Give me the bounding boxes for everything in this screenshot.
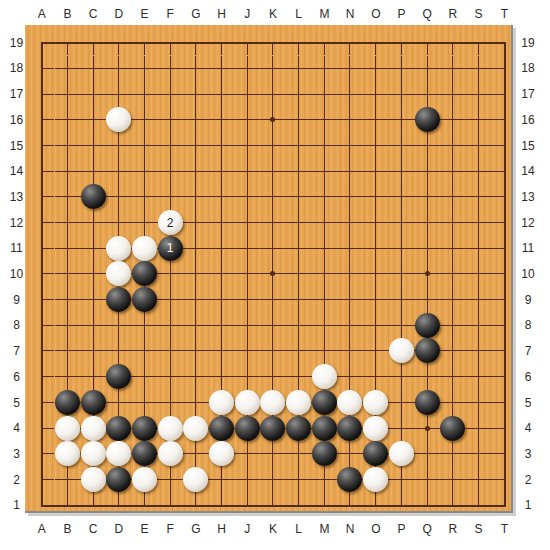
point-E5[interactable]	[132, 390, 158, 416]
point-C19[interactable]	[80, 30, 106, 56]
point-T18[interactable]	[491, 56, 517, 82]
white-stone-G2[interactable]	[183, 467, 208, 492]
point-F4[interactable]	[157, 415, 183, 441]
point-J12[interactable]	[234, 210, 260, 236]
point-G6[interactable]	[183, 364, 209, 390]
point-L4[interactable]	[286, 415, 312, 441]
point-J15[interactable]	[234, 133, 260, 159]
point-F12[interactable]: 2	[157, 210, 183, 236]
point-S5[interactable]	[466, 390, 492, 416]
point-G12[interactable]	[183, 210, 209, 236]
point-D4[interactable]	[106, 415, 132, 441]
point-N18[interactable]	[337, 56, 363, 82]
point-F10[interactable]	[157, 261, 183, 287]
point-Q1[interactable]	[414, 492, 440, 518]
point-D13[interactable]	[106, 184, 132, 210]
point-P8[interactable]	[389, 312, 415, 338]
point-K7[interactable]	[260, 338, 286, 364]
point-Q12[interactable]	[414, 210, 440, 236]
white-stone-D10[interactable]	[106, 261, 131, 286]
point-D11[interactable]	[106, 235, 132, 261]
point-A12[interactable]	[29, 210, 55, 236]
point-K14[interactable]	[260, 158, 286, 184]
point-H4[interactable]	[209, 415, 235, 441]
point-C6[interactable]	[80, 364, 106, 390]
point-Q19[interactable]	[414, 30, 440, 56]
point-E10[interactable]	[132, 261, 158, 287]
black-stone-D9[interactable]	[106, 287, 131, 312]
point-S7[interactable]	[466, 338, 492, 364]
point-E16[interactable]	[132, 107, 158, 133]
point-N11[interactable]	[337, 235, 363, 261]
point-S12[interactable]	[466, 210, 492, 236]
point-N1[interactable]	[337, 492, 363, 518]
black-stone-Q8[interactable]	[415, 313, 440, 338]
point-H12[interactable]	[209, 210, 235, 236]
point-N2[interactable]	[337, 467, 363, 493]
point-A5[interactable]	[29, 390, 55, 416]
point-P10[interactable]	[389, 261, 415, 287]
point-T6[interactable]	[491, 364, 517, 390]
point-P17[interactable]	[389, 81, 415, 107]
point-T7[interactable]	[491, 338, 517, 364]
black-stone-C13[interactable]	[81, 184, 106, 209]
point-H18[interactable]	[209, 56, 235, 82]
point-P5[interactable]	[389, 390, 415, 416]
point-A19[interactable]	[29, 30, 55, 56]
point-O5[interactable]	[363, 390, 389, 416]
point-D6[interactable]	[106, 364, 132, 390]
point-R13[interactable]	[440, 184, 466, 210]
point-G13[interactable]	[183, 184, 209, 210]
point-K6[interactable]	[260, 364, 286, 390]
point-M3[interactable]	[311, 441, 337, 467]
point-P6[interactable]	[389, 364, 415, 390]
point-G4[interactable]	[183, 415, 209, 441]
white-stone-M6[interactable]	[312, 364, 337, 389]
point-H2[interactable]	[209, 467, 235, 493]
point-C4[interactable]	[80, 415, 106, 441]
black-stone-K4[interactable]	[260, 416, 285, 441]
point-K8[interactable]	[260, 312, 286, 338]
point-R3[interactable]	[440, 441, 466, 467]
point-E19[interactable]	[132, 30, 158, 56]
point-R12[interactable]	[440, 210, 466, 236]
point-J19[interactable]	[234, 30, 260, 56]
point-T1[interactable]	[491, 492, 517, 518]
black-stone-N4[interactable]	[337, 416, 362, 441]
point-T12[interactable]	[491, 210, 517, 236]
point-K17[interactable]	[260, 81, 286, 107]
point-N8[interactable]	[337, 312, 363, 338]
point-R9[interactable]	[440, 287, 466, 313]
point-G5[interactable]	[183, 390, 209, 416]
point-G8[interactable]	[183, 312, 209, 338]
point-A18[interactable]	[29, 56, 55, 82]
point-D7[interactable]	[106, 338, 132, 364]
black-stone-M4[interactable]	[312, 416, 337, 441]
point-C12[interactable]	[80, 210, 106, 236]
point-F14[interactable]	[157, 158, 183, 184]
point-S19[interactable]	[466, 30, 492, 56]
point-N6[interactable]	[337, 364, 363, 390]
point-A15[interactable]	[29, 133, 55, 159]
point-A8[interactable]	[29, 312, 55, 338]
point-S16[interactable]	[466, 107, 492, 133]
point-M17[interactable]	[311, 81, 337, 107]
point-K10[interactable]	[260, 261, 286, 287]
point-D19[interactable]	[106, 30, 132, 56]
point-T14[interactable]	[491, 158, 517, 184]
point-K16[interactable]	[260, 107, 286, 133]
point-K5[interactable]	[260, 390, 286, 416]
point-E9[interactable]	[132, 287, 158, 313]
point-J8[interactable]	[234, 312, 260, 338]
point-O13[interactable]	[363, 184, 389, 210]
point-M18[interactable]	[311, 56, 337, 82]
point-C18[interactable]	[80, 56, 106, 82]
point-H6[interactable]	[209, 364, 235, 390]
point-T13[interactable]	[491, 184, 517, 210]
point-H16[interactable]	[209, 107, 235, 133]
point-H5[interactable]	[209, 390, 235, 416]
point-E17[interactable]	[132, 81, 158, 107]
point-K1[interactable]	[260, 492, 286, 518]
point-P18[interactable]	[389, 56, 415, 82]
white-stone-D11[interactable]	[106, 236, 131, 261]
point-S6[interactable]	[466, 364, 492, 390]
point-G1[interactable]	[183, 492, 209, 518]
point-J14[interactable]	[234, 158, 260, 184]
point-A17[interactable]	[29, 81, 55, 107]
white-stone-C2[interactable]	[81, 467, 106, 492]
white-stone-O2[interactable]	[363, 467, 388, 492]
point-B9[interactable]	[55, 287, 81, 313]
point-F9[interactable]	[157, 287, 183, 313]
black-stone-Q16[interactable]	[415, 107, 440, 132]
point-P3[interactable]	[389, 441, 415, 467]
point-P2[interactable]	[389, 467, 415, 493]
point-L14[interactable]	[286, 158, 312, 184]
point-A11[interactable]	[29, 235, 55, 261]
point-B6[interactable]	[55, 364, 81, 390]
point-H11[interactable]	[209, 235, 235, 261]
point-D8[interactable]	[106, 312, 132, 338]
point-L9[interactable]	[286, 287, 312, 313]
white-stone-B4[interactable]	[55, 416, 80, 441]
point-D9[interactable]	[106, 287, 132, 313]
point-Q5[interactable]	[414, 390, 440, 416]
point-A1[interactable]	[29, 492, 55, 518]
point-T8[interactable]	[491, 312, 517, 338]
white-stone-P7[interactable]	[389, 338, 414, 363]
point-Q2[interactable]	[414, 467, 440, 493]
black-stone-E3[interactable]	[132, 441, 157, 466]
white-stone-C3[interactable]	[81, 441, 106, 466]
point-B14[interactable]	[55, 158, 81, 184]
point-J17[interactable]	[234, 81, 260, 107]
point-K18[interactable]	[260, 56, 286, 82]
point-M9[interactable]	[311, 287, 337, 313]
point-A16[interactable]	[29, 107, 55, 133]
point-S17[interactable]	[466, 81, 492, 107]
point-Q7[interactable]	[414, 338, 440, 364]
point-E3[interactable]	[132, 441, 158, 467]
point-F13[interactable]	[157, 184, 183, 210]
point-B2[interactable]	[55, 467, 81, 493]
black-stone-H4[interactable]	[209, 416, 234, 441]
point-L12[interactable]	[286, 210, 312, 236]
point-C1[interactable]	[80, 492, 106, 518]
point-G10[interactable]	[183, 261, 209, 287]
point-S4[interactable]	[466, 415, 492, 441]
point-B15[interactable]	[55, 133, 81, 159]
point-O7[interactable]	[363, 338, 389, 364]
point-C3[interactable]	[80, 441, 106, 467]
point-G7[interactable]	[183, 338, 209, 364]
point-L1[interactable]	[286, 492, 312, 518]
point-Q16[interactable]	[414, 107, 440, 133]
point-R10[interactable]	[440, 261, 466, 287]
point-B3[interactable]	[55, 441, 81, 467]
point-N7[interactable]	[337, 338, 363, 364]
point-N13[interactable]	[337, 184, 363, 210]
point-M19[interactable]	[311, 30, 337, 56]
point-E6[interactable]	[132, 364, 158, 390]
point-H15[interactable]	[209, 133, 235, 159]
black-stone-E9[interactable]	[132, 287, 157, 312]
point-H1[interactable]	[209, 492, 235, 518]
point-L3[interactable]	[286, 441, 312, 467]
point-Q10[interactable]	[414, 261, 440, 287]
point-H3[interactable]	[209, 441, 235, 467]
point-G17[interactable]	[183, 81, 209, 107]
point-C2[interactable]	[80, 467, 106, 493]
point-K2[interactable]	[260, 467, 286, 493]
point-F7[interactable]	[157, 338, 183, 364]
point-F18[interactable]	[157, 56, 183, 82]
point-S8[interactable]	[466, 312, 492, 338]
point-R11[interactable]	[440, 235, 466, 261]
point-O4[interactable]	[363, 415, 389, 441]
point-K3[interactable]	[260, 441, 286, 467]
point-A3[interactable]	[29, 441, 55, 467]
point-B19[interactable]	[55, 30, 81, 56]
point-J5[interactable]	[234, 390, 260, 416]
point-B17[interactable]	[55, 81, 81, 107]
white-stone-B3[interactable]	[55, 441, 80, 466]
black-stone-D4[interactable]	[106, 416, 131, 441]
white-stone-G4[interactable]	[183, 416, 208, 441]
point-H14[interactable]	[209, 158, 235, 184]
point-P11[interactable]	[389, 235, 415, 261]
point-E7[interactable]	[132, 338, 158, 364]
point-E12[interactable]	[132, 210, 158, 236]
point-D18[interactable]	[106, 56, 132, 82]
point-R19[interactable]	[440, 30, 466, 56]
point-T2[interactable]	[491, 467, 517, 493]
point-O1[interactable]	[363, 492, 389, 518]
point-R6[interactable]	[440, 364, 466, 390]
point-R7[interactable]	[440, 338, 466, 364]
point-J18[interactable]	[234, 56, 260, 82]
point-S2[interactable]	[466, 467, 492, 493]
point-D1[interactable]	[106, 492, 132, 518]
point-R15[interactable]	[440, 133, 466, 159]
white-stone-O4[interactable]	[363, 416, 388, 441]
point-L7[interactable]	[286, 338, 312, 364]
point-J1[interactable]	[234, 492, 260, 518]
point-N17[interactable]	[337, 81, 363, 107]
point-S18[interactable]	[466, 56, 492, 82]
point-M5[interactable]	[311, 390, 337, 416]
point-H17[interactable]	[209, 81, 235, 107]
point-T11[interactable]	[491, 235, 517, 261]
point-P9[interactable]	[389, 287, 415, 313]
point-Q4[interactable]	[414, 415, 440, 441]
point-M8[interactable]	[311, 312, 337, 338]
point-N3[interactable]	[337, 441, 363, 467]
point-J13[interactable]	[234, 184, 260, 210]
point-S9[interactable]	[466, 287, 492, 313]
point-M10[interactable]	[311, 261, 337, 287]
point-B8[interactable]	[55, 312, 81, 338]
point-E13[interactable]	[132, 184, 158, 210]
point-A14[interactable]	[29, 158, 55, 184]
point-M1[interactable]	[311, 492, 337, 518]
point-J7[interactable]	[234, 338, 260, 364]
point-Q3[interactable]	[414, 441, 440, 467]
point-C14[interactable]	[80, 158, 106, 184]
point-G19[interactable]	[183, 30, 209, 56]
point-A9[interactable]	[29, 287, 55, 313]
point-B12[interactable]	[55, 210, 81, 236]
black-stone-B5[interactable]	[55, 390, 80, 415]
point-S13[interactable]	[466, 184, 492, 210]
point-R1[interactable]	[440, 492, 466, 518]
point-K4[interactable]	[260, 415, 286, 441]
point-B1[interactable]	[55, 492, 81, 518]
white-stone-E2[interactable]	[132, 467, 157, 492]
point-D10[interactable]	[106, 261, 132, 287]
point-P1[interactable]	[389, 492, 415, 518]
point-D14[interactable]	[106, 158, 132, 184]
point-T15[interactable]	[491, 133, 517, 159]
point-P16[interactable]	[389, 107, 415, 133]
point-S3[interactable]	[466, 441, 492, 467]
point-H8[interactable]	[209, 312, 235, 338]
point-M11[interactable]	[311, 235, 337, 261]
point-G16[interactable]	[183, 107, 209, 133]
black-stone-M5[interactable]	[312, 390, 337, 415]
point-R2[interactable]	[440, 467, 466, 493]
white-stone-P3[interactable]	[389, 441, 414, 466]
point-M12[interactable]	[311, 210, 337, 236]
black-stone-D2[interactable]	[106, 467, 131, 492]
point-L17[interactable]	[286, 81, 312, 107]
point-J11[interactable]	[234, 235, 260, 261]
point-H10[interactable]	[209, 261, 235, 287]
point-C16[interactable]	[80, 107, 106, 133]
point-O2[interactable]	[363, 467, 389, 493]
point-A2[interactable]	[29, 467, 55, 493]
point-L6[interactable]	[286, 364, 312, 390]
point-K15[interactable]	[260, 133, 286, 159]
point-J4[interactable]	[234, 415, 260, 441]
point-L13[interactable]	[286, 184, 312, 210]
point-R8[interactable]	[440, 312, 466, 338]
point-S10[interactable]	[466, 261, 492, 287]
point-T4[interactable]	[491, 415, 517, 441]
white-stone-E11[interactable]	[132, 236, 157, 261]
point-M7[interactable]	[311, 338, 337, 364]
black-stone-R4[interactable]	[440, 416, 465, 441]
point-E2[interactable]	[132, 467, 158, 493]
point-R14[interactable]	[440, 158, 466, 184]
point-Q14[interactable]	[414, 158, 440, 184]
point-G9[interactable]	[183, 287, 209, 313]
point-P19[interactable]	[389, 30, 415, 56]
point-E4[interactable]	[132, 415, 158, 441]
point-L18[interactable]	[286, 56, 312, 82]
point-M16[interactable]	[311, 107, 337, 133]
point-N9[interactable]	[337, 287, 363, 313]
point-F15[interactable]	[157, 133, 183, 159]
point-L11[interactable]	[286, 235, 312, 261]
point-O10[interactable]	[363, 261, 389, 287]
point-A6[interactable]	[29, 364, 55, 390]
point-N12[interactable]	[337, 210, 363, 236]
point-T5[interactable]	[491, 390, 517, 416]
point-P13[interactable]	[389, 184, 415, 210]
point-A4[interactable]	[29, 415, 55, 441]
point-F19[interactable]	[157, 30, 183, 56]
black-stone-D6[interactable]	[106, 364, 131, 389]
point-F17[interactable]	[157, 81, 183, 107]
point-O6[interactable]	[363, 364, 389, 390]
point-N14[interactable]	[337, 158, 363, 184]
white-stone-C4[interactable]	[81, 416, 106, 441]
point-E1[interactable]	[132, 492, 158, 518]
point-C15[interactable]	[80, 133, 106, 159]
point-F2[interactable]	[157, 467, 183, 493]
white-stone-H3[interactable]	[209, 441, 234, 466]
point-N10[interactable]	[337, 261, 363, 287]
point-Q11[interactable]	[414, 235, 440, 261]
point-P7[interactable]	[389, 338, 415, 364]
point-G11[interactable]	[183, 235, 209, 261]
point-C5[interactable]	[80, 390, 106, 416]
black-stone-J4[interactable]	[235, 416, 260, 441]
point-L8[interactable]	[286, 312, 312, 338]
point-D16[interactable]	[106, 107, 132, 133]
point-M14[interactable]	[311, 158, 337, 184]
black-stone-E4[interactable]	[132, 416, 157, 441]
point-C17[interactable]	[80, 81, 106, 107]
point-L10[interactable]	[286, 261, 312, 287]
point-F11[interactable]: 1	[157, 235, 183, 261]
point-Q17[interactable]	[414, 81, 440, 107]
point-E15[interactable]	[132, 133, 158, 159]
point-D3[interactable]	[106, 441, 132, 467]
point-G14[interactable]	[183, 158, 209, 184]
point-M6[interactable]	[311, 364, 337, 390]
point-C11[interactable]	[80, 235, 106, 261]
point-Q9[interactable]	[414, 287, 440, 313]
point-D17[interactable]	[106, 81, 132, 107]
point-B5[interactable]	[55, 390, 81, 416]
point-G2[interactable]	[183, 467, 209, 493]
